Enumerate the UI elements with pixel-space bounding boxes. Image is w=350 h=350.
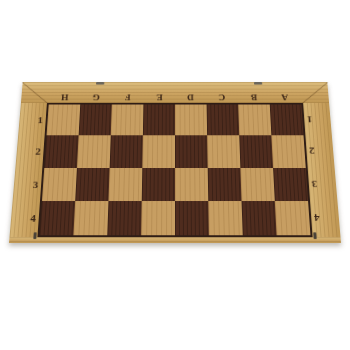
square-f2 — [110, 136, 143, 168]
file-label-text: D — [187, 93, 194, 102]
rank-label-right-text: 2 — [309, 146, 315, 157]
file-label-F: F — [112, 82, 144, 103]
rank-label-left-text: 2 — [35, 146, 41, 157]
square-d4 — [175, 201, 209, 235]
square-b1 — [238, 105, 271, 136]
square-g4 — [73, 201, 108, 235]
square-h2 — [44, 136, 78, 168]
rank-label-left-4: 4 — [10, 201, 40, 235]
square-g2 — [77, 136, 111, 168]
square-h3 — [42, 168, 77, 201]
square-b2 — [239, 136, 273, 168]
frame-bottom-fold-edge — [9, 237, 341, 243]
product-photo: HGFEDCBA 1234 1234 — [0, 0, 350, 350]
square-f4 — [107, 201, 141, 235]
square-d1 — [175, 105, 207, 136]
file-label-text: E — [156, 93, 162, 102]
square-b4 — [242, 201, 277, 235]
rank-label-right-4: 4 — [310, 201, 340, 235]
square-g3 — [75, 168, 109, 201]
square-f3 — [108, 168, 142, 201]
playing-area — [37, 103, 312, 237]
square-c1 — [207, 105, 240, 136]
square-e1 — [143, 105, 175, 136]
file-label-B: B — [237, 82, 269, 103]
rank-label-right-text: 4 — [314, 212, 320, 223]
file-label-text: C — [219, 93, 226, 102]
rank-label-left-3: 3 — [13, 168, 43, 201]
rank-label-left-text: 4 — [30, 212, 36, 223]
file-label-C: C — [206, 82, 238, 103]
square-a1 — [270, 105, 304, 136]
rank-label-left-1: 1 — [18, 105, 47, 136]
rank-label-right-3: 3 — [308, 168, 338, 201]
file-label-text: F — [125, 93, 131, 102]
board-middle: 1234 1234 — [9, 103, 340, 237]
rank-label-left-text: 1 — [37, 115, 43, 125]
chessboard: HGFEDCBA 1234 1234 — [9, 82, 341, 243]
square-c2 — [207, 136, 240, 168]
square-b3 — [240, 168, 274, 201]
square-a2 — [271, 136, 305, 168]
file-label-text: A — [281, 93, 288, 102]
square-h1 — [46, 105, 80, 136]
square-c4 — [208, 201, 242, 235]
file-label-text: G — [93, 93, 101, 102]
file-label-D: D — [175, 82, 207, 103]
frame-top-rail: HGFEDCBA — [21, 82, 329, 103]
square-e4 — [141, 201, 175, 235]
file-label-E: E — [143, 82, 175, 103]
square-g1 — [79, 105, 112, 136]
clasp-icon — [33, 232, 36, 239]
file-labels: HGFEDCBA — [21, 82, 329, 103]
rank-label-right-text: 1 — [307, 115, 313, 125]
file-label-A: A — [269, 82, 302, 103]
file-label-G: G — [80, 82, 112, 103]
file-label-text: H — [61, 93, 69, 102]
file-label-H: H — [49, 82, 82, 103]
square-f1 — [111, 105, 144, 136]
square-d3 — [175, 168, 208, 201]
square-a3 — [273, 168, 308, 201]
square-a4 — [275, 201, 311, 235]
square-h4 — [40, 201, 76, 235]
rank-label-right-text: 3 — [311, 179, 317, 190]
square-e2 — [142, 136, 175, 168]
clasp-icon — [313, 232, 316, 239]
rank-label-right-2: 2 — [305, 136, 334, 168]
square-d2 — [175, 136, 208, 168]
rank-label-left-text: 3 — [33, 179, 39, 190]
square-c3 — [208, 168, 242, 201]
square-e3 — [142, 168, 175, 201]
rank-label-right-1: 1 — [303, 105, 332, 136]
rank-label-left-2: 2 — [15, 136, 44, 168]
file-label-text: B — [250, 93, 257, 102]
